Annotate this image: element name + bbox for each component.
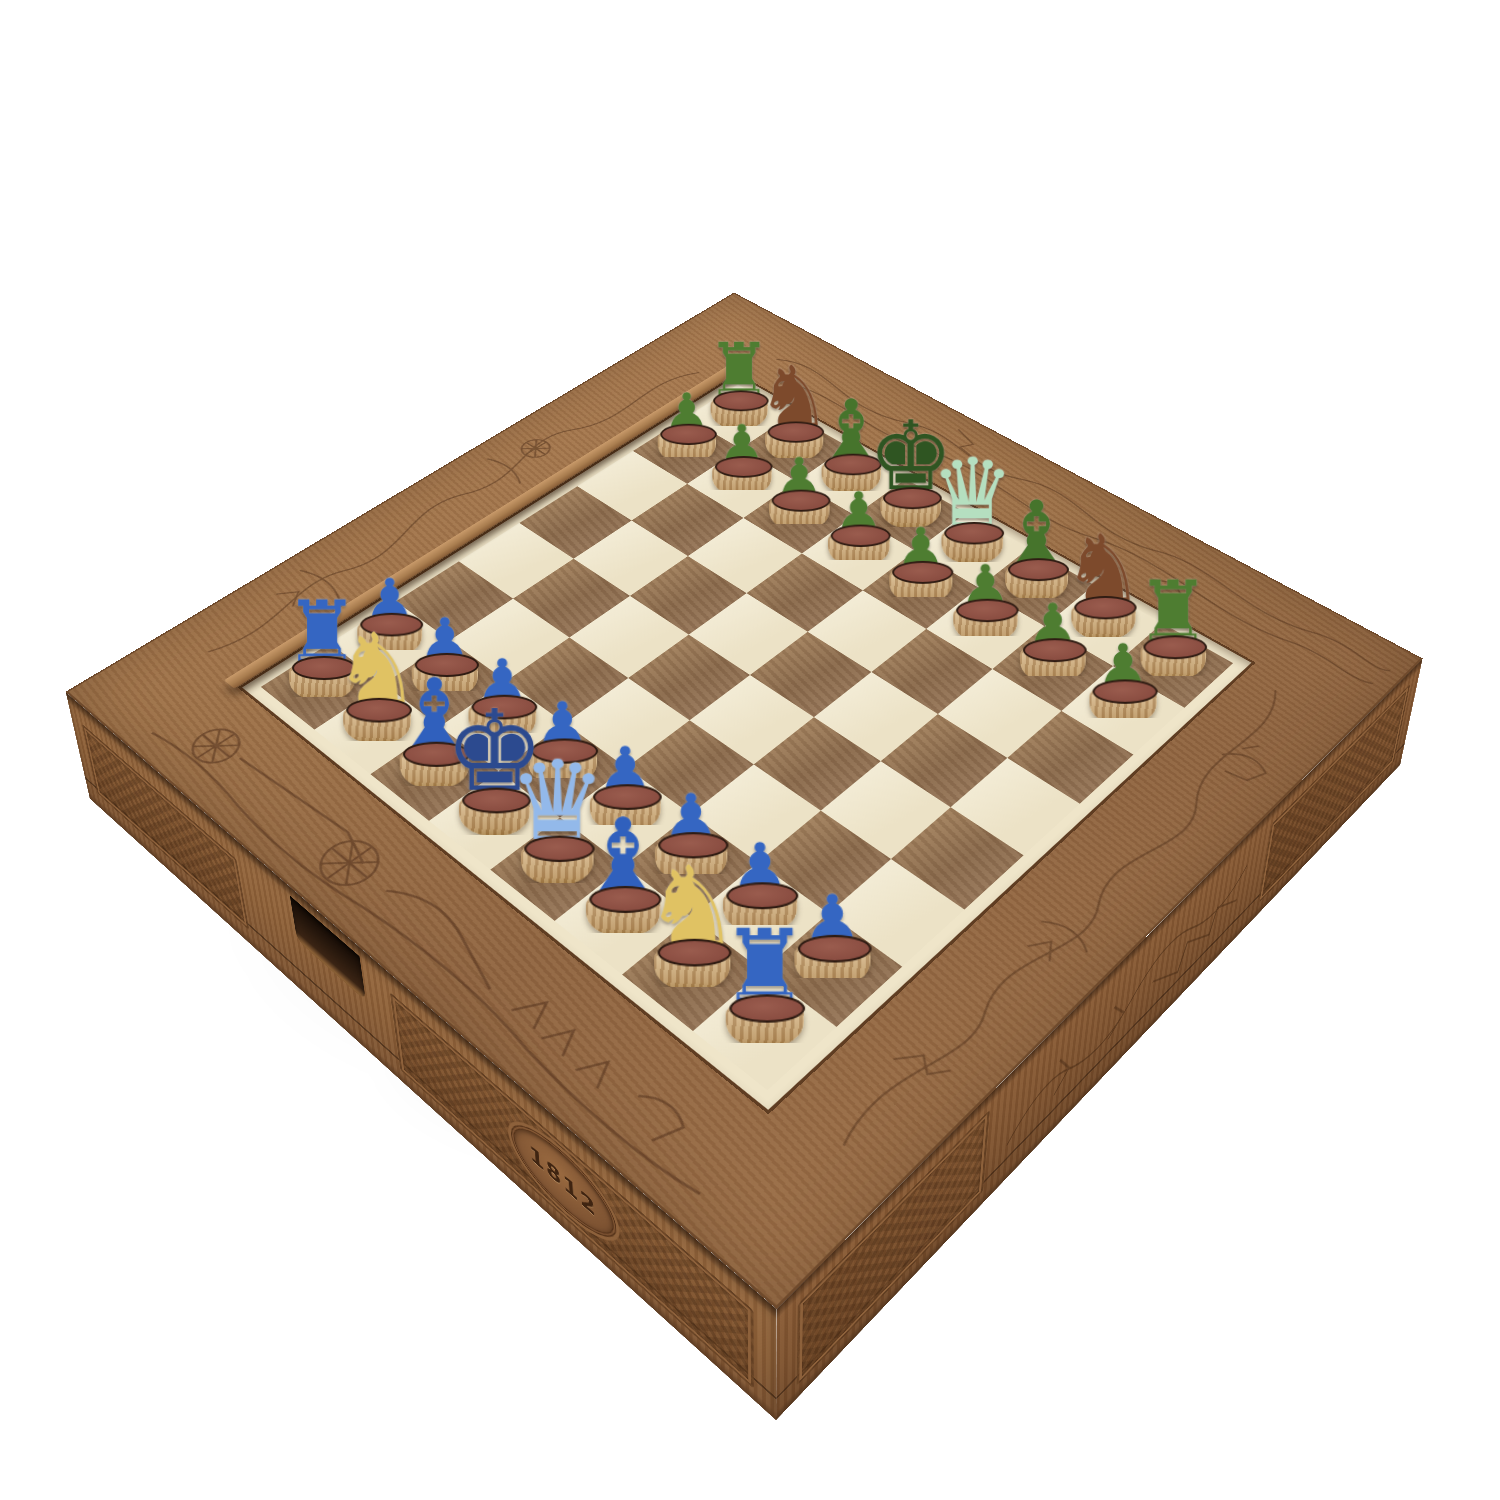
french-rook-figure: ♜ bbox=[720, 921, 809, 1012]
chess-box: ♜♞♝♚♛♝♞♜♟♟♟♟♟♟♟♟♟♟♟♟♟♟♟♟♜♞♝♚♛♝♞♜ 1812 bbox=[66, 293, 1423, 1309]
photo-stage: ♜♞♝♚♛♝♞♜♟♟♟♟♟♟♟♟♟♟♟♟♟♟♟♟♜♞♝♚♛♝♞♜ 1812 bbox=[0, 0, 1500, 1500]
russian-pawn-figure: ♟ bbox=[1096, 639, 1151, 695]
pieces-layer: ♜♞♝♚♛♝♞♜♟♟♟♟♟♟♟♟♟♟♟♟♟♟♟♟♜♞♝♚♛♝♞♜ bbox=[261, 384, 1234, 1090]
french-pawn-figure: ♟ bbox=[662, 788, 721, 849]
board-top-face: ♜♞♝♚♛♝♞♜♟♟♟♟♟♟♟♟♟♟♟♟♟♟♟♟♜♞♝♚♛♝♞♜ bbox=[66, 293, 1423, 1309]
wooden-drum-base bbox=[828, 533, 890, 567]
wooden-drum-base bbox=[953, 608, 1017, 643]
wooden-drum-base bbox=[889, 570, 952, 604]
wooden-drum-base bbox=[1020, 647, 1086, 683]
